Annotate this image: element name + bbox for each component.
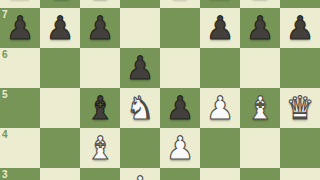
piece-white-pawn-f5[interactable]: ♟	[200, 88, 240, 128]
square-g4[interactable]	[240, 128, 280, 168]
square-b4[interactable]	[40, 128, 80, 168]
square-d7[interactable]	[120, 8, 160, 48]
square-b6[interactable]	[40, 48, 80, 88]
piece-black-pawn-g7[interactable]: ♟	[240, 8, 280, 48]
square-g3[interactable]	[240, 168, 280, 180]
square-a3[interactable]	[0, 168, 40, 180]
square-a6[interactable]	[0, 48, 40, 88]
square-f6[interactable]	[200, 48, 240, 88]
piece-black-queen-e8[interactable]: ♛	[160, 0, 200, 8]
square-e3[interactable]	[160, 168, 200, 180]
piece-white-queen-h5[interactable]: ♛	[280, 88, 320, 128]
square-a4[interactable]	[0, 128, 40, 168]
piece-black-king-g8[interactable]: ♚	[240, 0, 280, 8]
square-h4[interactable]	[280, 128, 320, 168]
square-d4[interactable]	[120, 128, 160, 168]
square-g6[interactable]	[240, 48, 280, 88]
square-a5[interactable]	[0, 88, 40, 128]
piece-white-bishop-c4[interactable]: ♝	[80, 128, 120, 168]
square-h3[interactable]	[280, 168, 320, 180]
piece-white-bishop-g5[interactable]: ♝	[240, 88, 280, 128]
piece-black-pawn-d6[interactable]: ♟	[120, 48, 160, 88]
piece-black-pawn-a7[interactable]: ♟	[0, 8, 40, 48]
square-h8[interactable]	[280, 0, 320, 8]
square-c6[interactable]	[80, 48, 120, 88]
square-f4[interactable]	[200, 128, 240, 168]
square-e6[interactable]	[160, 48, 200, 88]
piece-black-pawn-h7[interactable]: ♟	[280, 8, 320, 48]
square-b5[interactable]	[40, 88, 80, 128]
piece-black-bishop-c8[interactable]: ♝	[80, 0, 120, 8]
piece-white-knight-d5[interactable]: ♞	[120, 88, 160, 128]
piece-black-rook-f8[interactable]: ♜	[200, 0, 240, 8]
piece-black-bishop-c5[interactable]: ♝	[80, 88, 120, 128]
square-e7[interactable]	[160, 8, 200, 48]
piece-black-pawn-c7[interactable]: ♟	[80, 8, 120, 48]
square-c3[interactable]	[80, 168, 120, 180]
piece-white-pawn-d3[interactable]: ♟	[120, 168, 160, 180]
square-b3[interactable]	[40, 168, 80, 180]
piece-black-pawn-e5[interactable]: ♟	[160, 88, 200, 128]
square-h6[interactable]	[280, 48, 320, 88]
chess-board-inner: 76543♜♞♝♛♜♚♟♟♟♟♟♟♟♝♞♟♟♝♛♝♟♟	[0, 0, 320, 180]
square-f3[interactable]	[200, 168, 240, 180]
chess-board: 76543♜♞♝♛♜♚♟♟♟♟♟♟♟♝♞♟♟♝♛♝♟♟	[0, 0, 320, 180]
piece-black-rook-a8[interactable]: ♜	[0, 0, 40, 8]
piece-black-pawn-b7[interactable]: ♟	[40, 8, 80, 48]
square-d8[interactable]	[120, 0, 160, 8]
piece-black-knight-b8[interactable]: ♞	[40, 0, 80, 8]
piece-white-pawn-e4[interactable]: ♟	[160, 128, 200, 168]
piece-black-pawn-f7[interactable]: ♟	[200, 8, 240, 48]
